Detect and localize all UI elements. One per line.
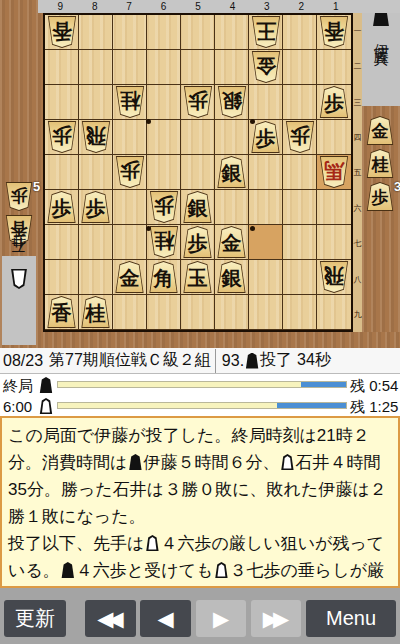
piece-glyph: 香 (52, 18, 72, 45)
star-point (146, 226, 151, 231)
shogi-app-window: 歩5香 石井 伊藤真 金桂歩3 987654321 一二三四五六七八九 香王香金… (0, 0, 400, 644)
sente-player-name: 伊藤真 (372, 31, 391, 43)
square-3四[interactable]: 歩 (249, 120, 283, 155)
gote-nameplate: 石井 (2, 256, 36, 345)
rank-coordinates: 一二三四五六七八九 (353, 13, 362, 332)
piece-gote-銀: 銀 (217, 86, 247, 118)
piece-glyph: 銀 (188, 195, 208, 222)
square-1六[interactable] (317, 190, 351, 225)
piece-glyph: 歩 (154, 193, 174, 220)
menu-button[interactable]: Menu (306, 600, 396, 637)
piece-gote-金: 金 (251, 51, 281, 83)
square-9一[interactable]: 香 (45, 15, 79, 50)
square-3五[interactable] (249, 155, 283, 190)
move-time: 34秒 (297, 350, 331, 371)
piece-sente-桂: 桂 (81, 296, 111, 328)
square-5三[interactable]: 歩 (181, 85, 215, 120)
square-4五[interactable]: 銀 (215, 155, 249, 190)
square-3二[interactable]: 金 (249, 50, 283, 85)
rank-label-9: 九 (353, 309, 362, 320)
square-6六[interactable]: 歩 (147, 190, 181, 225)
square-2八[interactable] (283, 260, 317, 295)
piece-glyph: 飛 (324, 263, 344, 290)
sente-nameplate: 伊藤真 (362, 0, 400, 106)
square-8一[interactable] (79, 15, 113, 50)
square-1三[interactable]: 歩 (317, 85, 351, 120)
square-3三[interactable] (249, 85, 283, 120)
square-4四[interactable] (215, 120, 249, 155)
game-info-bar: 08/23 第77期順位戦Ｃ級２組 93. 投了 34秒 (0, 348, 400, 374)
file-label-7: 7 (119, 0, 139, 13)
event-name: 第77期順位戦Ｃ級２組 (49, 350, 211, 371)
piece-glyph: 馬 (324, 158, 344, 185)
hand-piece-gote-歩[interactable]: 歩 (5, 182, 33, 211)
square-9二[interactable] (45, 50, 79, 85)
piece-glyph: 銀 (222, 160, 242, 187)
piece-glyph: 玉 (188, 265, 208, 292)
square-2四[interactable]: 歩 (283, 120, 317, 155)
square-9八[interactable] (45, 260, 79, 295)
navigation-toolbar: 更新◀◀◀▶▶▶Menu (0, 588, 400, 644)
white-pawn-icon (214, 562, 228, 578)
piece-sente-歩: 歩 (183, 226, 213, 258)
piece-gote-歩: 歩 (115, 156, 145, 188)
square-6一[interactable] (147, 15, 181, 50)
square-8四[interactable]: 飛 (79, 120, 113, 155)
file-label-4: 4 (222, 0, 242, 13)
square-6四[interactable] (147, 120, 181, 155)
square-8二[interactable] (79, 50, 113, 85)
piece-sente-銀: 銀 (217, 261, 247, 293)
square-7二[interactable] (113, 50, 147, 85)
white-pawn-icon (39, 398, 53, 414)
white-pawn-icon (280, 454, 294, 470)
piece-sente-歩: 歩 (319, 86, 349, 118)
square-2一[interactable] (283, 15, 317, 50)
gote-clock-row: 6:00 残 1:25 (0, 397, 400, 416)
square-5一[interactable] (181, 15, 215, 50)
square-9六[interactable]: 歩 (45, 190, 79, 225)
piece-glyph: 歩 (188, 230, 208, 257)
piece-glyph: 香 (324, 18, 344, 45)
piece-sente-銀: 銀 (217, 156, 247, 188)
piece-glyph: 金 (372, 120, 389, 143)
piece-glyph: 桂 (372, 153, 389, 176)
black-pawn-icon (245, 353, 259, 369)
rewind-button-label: ◀◀ (97, 600, 117, 637)
square-9四[interactable]: 歩 (45, 120, 79, 155)
piece-glyph: 歩 (372, 186, 389, 209)
square-7四[interactable] (113, 120, 147, 155)
file-label-8: 8 (85, 0, 105, 13)
info-divider (215, 349, 216, 373)
rank-label-8: 八 (353, 274, 362, 285)
piece-glyph: 金 (256, 53, 276, 80)
hand-piece-gote-香[interactable]: 香 (5, 215, 33, 244)
square-1五[interactable]: 馬 (317, 155, 351, 190)
square-5五[interactable] (181, 155, 215, 190)
square-7三[interactable]: 桂 (113, 85, 147, 120)
gote-remaining-segment (277, 403, 346, 408)
square-4三[interactable]: 銀 (215, 85, 249, 120)
hand-piece-count: 5 (33, 179, 40, 194)
piece-glyph: 桂 (154, 228, 174, 255)
square-6八[interactable]: 角 (147, 260, 181, 295)
piece-gote-歩: 歩 (149, 191, 179, 223)
square-7一[interactable] (113, 15, 147, 50)
piece-glyph: 桂 (120, 88, 140, 115)
square-7七[interactable] (113, 225, 147, 260)
piece-glyph: 銀 (222, 88, 242, 115)
sente-clock-row: 終局 残 0:54 (0, 376, 400, 395)
file-label-1: 1 (326, 0, 346, 13)
square-4六[interactable] (215, 190, 249, 225)
square-2七[interactable] (283, 225, 317, 260)
square-1九[interactable] (317, 295, 351, 330)
refresh-button-label: 更新 (15, 605, 55, 632)
star-point (250, 226, 255, 231)
piece-glyph: 飛 (86, 123, 106, 150)
square-5八[interactable]: 玉 (181, 260, 215, 295)
gote-clock-label: 6:00 (3, 398, 32, 415)
piece-glyph: 歩 (52, 123, 72, 150)
piece-glyph: 歩 (324, 90, 344, 117)
piece-glyph: 香 (11, 217, 28, 240)
square-9五[interactable] (45, 155, 79, 190)
square-9三[interactable] (45, 85, 79, 120)
square-8九[interactable]: 桂 (79, 295, 113, 330)
square-7八[interactable]: 金 (113, 260, 147, 295)
square-3一[interactable]: 王 (249, 15, 283, 50)
square-8三[interactable] (79, 85, 113, 120)
piece-sente-歩: 歩 (251, 121, 281, 153)
board-lower-frame (43, 332, 400, 348)
shogi-board: 香王香金桂歩銀歩歩飛歩歩歩銀馬歩歩歩銀桂歩金金角玉銀飛香桂 (43, 13, 353, 332)
square-8八[interactable] (79, 260, 113, 295)
gote-time-bar (57, 402, 347, 409)
piece-gote-王: 王 (251, 16, 281, 48)
piece-gote-飛: 飛 (319, 261, 349, 293)
refresh-button[interactable]: 更新 (4, 600, 66, 637)
rank-label-1: 一 (353, 26, 362, 37)
piece-sente-香: 香 (47, 296, 77, 328)
square-3六[interactable] (249, 190, 283, 225)
rewind-button[interactable]: ◀◀ (85, 600, 136, 637)
square-5七[interactable]: 歩 (181, 225, 215, 260)
piece-sente-歩: 歩 (81, 191, 111, 223)
file-label-5: 5 (188, 0, 208, 13)
rank-label-2: 二 (353, 61, 362, 72)
piece-glyph: 金 (120, 265, 140, 292)
game-date: 08/23 (3, 352, 43, 370)
sente-remaining-time: 残 0:54 (350, 377, 398, 396)
piece-glyph: 銀 (222, 265, 242, 292)
square-2九[interactable] (283, 295, 317, 330)
square-1七[interactable] (317, 225, 351, 260)
gote-player-name: 石井 (10, 256, 29, 264)
file-coordinates: 987654321 (38, 0, 400, 13)
square-9七[interactable] (45, 225, 79, 260)
piece-gote-香: 香 (319, 16, 349, 48)
piece-gote-香: 香 (47, 16, 77, 48)
piece-glyph: 歩 (86, 195, 106, 222)
piece-gote-桂: 桂 (149, 226, 179, 258)
sente-time-bar (57, 381, 347, 388)
piece-glyph: 歩 (120, 158, 140, 185)
square-5六[interactable]: 銀 (181, 190, 215, 225)
square-8六[interactable]: 歩 (79, 190, 113, 225)
black-pawn-icon (39, 377, 53, 393)
rank-label-6: 六 (353, 203, 362, 214)
square-4一[interactable] (215, 15, 249, 50)
piece-gote-桂: 桂 (115, 86, 145, 118)
square-7九[interactable] (113, 295, 147, 330)
hand-piece-sente-桂[interactable]: 桂 (366, 149, 394, 178)
piece-glyph: 歩 (188, 88, 208, 115)
piece-gote-馬: 馬 (319, 156, 349, 188)
commentary-box: この局面で伊藤が投了した。終局時刻は21時２分。消費時間は伊藤５時間６分、石井４… (0, 416, 400, 588)
white-pawn-icon (145, 535, 159, 551)
square-5九[interactable] (181, 295, 215, 330)
square-7五[interactable]: 歩 (113, 155, 147, 190)
file-label-6: 6 (154, 0, 174, 13)
move-number: 93. (222, 352, 244, 370)
file-label-9: 9 (50, 0, 70, 13)
square-3七[interactable] (249, 225, 283, 260)
step-back-button-label: ◀ (157, 600, 173, 637)
star-point (146, 119, 151, 124)
fast-forward-button: ▶▶ (251, 600, 301, 637)
square-4七[interactable]: 金 (215, 225, 249, 260)
piece-gote-歩: 歩 (183, 86, 213, 118)
piece-sente-金: 金 (217, 226, 247, 258)
square-5四[interactable] (181, 120, 215, 155)
piece-glyph: 歩 (256, 125, 276, 152)
rank-label-4: 四 (353, 132, 362, 143)
hand-piece-count: 3 (394, 179, 400, 194)
black-pawn-icon (128, 454, 142, 470)
sente-remaining-segment (301, 382, 346, 387)
square-6三[interactable] (147, 85, 181, 120)
square-7六[interactable] (113, 190, 147, 225)
rank-label-7: 七 (353, 238, 362, 249)
square-4二[interactable] (215, 50, 249, 85)
hand-piece-sente-歩[interactable]: 歩 (366, 182, 394, 211)
square-2三[interactable] (283, 85, 317, 120)
square-8五[interactable] (79, 155, 113, 190)
last-move-text: 投了 (260, 350, 292, 371)
piece-glyph: 香 (52, 300, 72, 327)
square-6五[interactable] (147, 155, 181, 190)
square-2五[interactable] (283, 155, 317, 190)
piece-sente-角: 角 (149, 261, 179, 293)
step-forward-button: ▶ (196, 600, 246, 637)
white-pawn-icon (10, 269, 28, 289)
hand-piece-sente-金[interactable]: 金 (366, 116, 394, 145)
rank-label-3: 三 (353, 97, 362, 108)
piece-sente-銀: 銀 (183, 191, 213, 223)
square-6二[interactable] (147, 50, 181, 85)
star-point (250, 119, 255, 124)
square-3八[interactable] (249, 260, 283, 295)
sente-clock-label: 終局 (3, 377, 33, 396)
piece-glyph: 王 (256, 18, 276, 45)
square-9九[interactable]: 香 (45, 295, 79, 330)
piece-sente-玉: 玉 (183, 261, 213, 293)
gote-remaining-time: 残 1:25 (350, 398, 398, 417)
piece-sente-金: 金 (115, 261, 145, 293)
square-8七[interactable] (79, 225, 113, 260)
piece-glyph: 桂 (86, 300, 106, 327)
square-4八[interactable]: 銀 (215, 260, 249, 295)
square-3九[interactable] (249, 295, 283, 330)
piece-gote-歩: 歩 (47, 121, 77, 153)
file-label-3: 3 (257, 0, 277, 13)
square-4九[interactable] (215, 295, 249, 330)
piece-glyph: 歩 (11, 184, 28, 207)
sente-side-panel: 伊藤真 金桂歩3 (362, 0, 400, 348)
square-6九[interactable] (147, 295, 181, 330)
menu-button-label: Menu (326, 607, 376, 630)
piece-glyph: 金 (222, 230, 242, 257)
square-2六[interactable] (283, 190, 317, 225)
square-6七[interactable]: 桂 (147, 225, 181, 260)
square-1一[interactable]: 香 (317, 15, 351, 50)
piece-gote-飛: 飛 (81, 121, 111, 153)
step-back-button[interactable]: ◀ (140, 600, 191, 637)
square-5二[interactable] (181, 50, 215, 85)
black-pawn-icon (61, 562, 75, 578)
square-1四[interactable] (317, 120, 351, 155)
file-label-2: 2 (291, 0, 311, 13)
square-2二[interactable] (283, 50, 317, 85)
piece-gote-歩: 歩 (285, 121, 315, 153)
clock-panel: 終局 残 0:54 6:00 残 1:25 (0, 374, 400, 416)
square-1八[interactable]: 飛 (317, 260, 351, 295)
rank-label-5: 五 (353, 167, 362, 178)
gote-side-panel: 歩5香 石井 (0, 0, 43, 348)
step-forward-button-label: ▶ (213, 600, 229, 637)
piece-glyph: 歩 (290, 123, 310, 150)
fast-forward-button-label: ▶▶ (263, 600, 283, 637)
piece-sente-歩: 歩 (47, 191, 77, 223)
piece-glyph: 角 (154, 265, 174, 292)
square-1二[interactable] (317, 50, 351, 85)
piece-glyph: 歩 (52, 195, 72, 222)
